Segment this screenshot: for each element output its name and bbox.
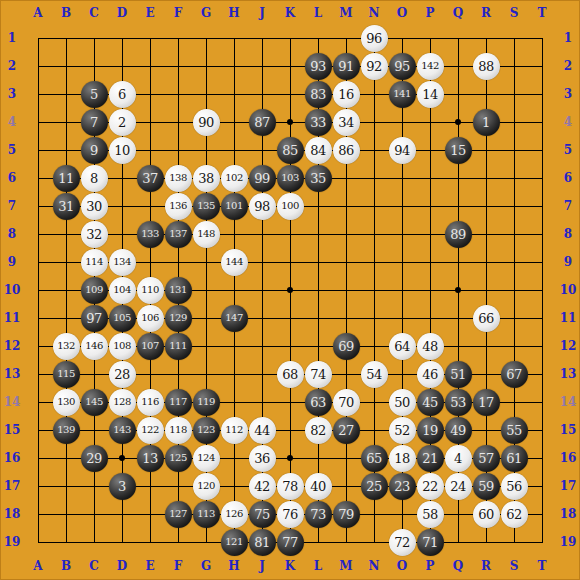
- star-point-K16: [287, 455, 293, 461]
- column-label-top-E: E: [136, 5, 164, 21]
- stone-white-92-N2[interactable]: 92: [361, 53, 388, 80]
- stone-black-33-L4[interactable]: 33: [305, 109, 332, 136]
- stone-black-67-S13[interactable]: 67: [501, 361, 528, 388]
- stone-white-8-C6[interactable]: 8: [81, 165, 108, 192]
- stone-black-19-P15[interactable]: 19: [417, 417, 444, 444]
- column-label-bottom-N: N: [360, 558, 388, 574]
- stone-black-13-E16[interactable]: 13: [137, 445, 164, 472]
- stone-white-118-F15[interactable]: 118: [165, 417, 192, 444]
- stone-black-51-Q13[interactable]: 51: [445, 361, 472, 388]
- stone-black-131-F10[interactable]: 131: [165, 277, 192, 304]
- row-label-left-17: 17: [1, 478, 23, 494]
- stone-white-110-E10[interactable]: 110: [137, 277, 164, 304]
- row-label-right-8: 8: [557, 226, 579, 242]
- stone-black-11-B6[interactable]: 11: [53, 165, 80, 192]
- stone-white-86-M5[interactable]: 86: [333, 137, 360, 164]
- stone-black-25-N17[interactable]: 25: [361, 473, 388, 500]
- stone-white-90-G4[interactable]: 90: [193, 109, 220, 136]
- stone-white-100-K7[interactable]: 100: [277, 193, 304, 220]
- stone-black-79-M18[interactable]: 79: [333, 501, 360, 528]
- row-label-right-5: 5: [557, 142, 579, 158]
- stone-white-50-O14[interactable]: 50: [389, 389, 416, 416]
- stone-black-69-M12[interactable]: 69: [333, 333, 360, 360]
- stone-white-64-O12[interactable]: 64: [389, 333, 416, 360]
- row-label-right-10: 10: [557, 282, 579, 298]
- stone-white-70-M14[interactable]: 70: [333, 389, 360, 416]
- row-label-left-9: 9: [1, 254, 23, 270]
- stone-black-77-K19[interactable]: 77: [277, 529, 304, 556]
- column-label-bottom-E: E: [136, 558, 164, 574]
- stone-white-120-G17[interactable]: 120: [193, 473, 220, 500]
- stone-white-96-N1[interactable]: 96: [361, 25, 388, 52]
- stone-black-85-K5[interactable]: 85: [277, 137, 304, 164]
- stone-black-113-G18[interactable]: 113: [193, 501, 220, 528]
- stone-black-103-K6[interactable]: 103: [277, 165, 304, 192]
- stone-white-28-D13[interactable]: 28: [109, 361, 136, 388]
- stone-white-14-P3[interactable]: 14: [417, 81, 444, 108]
- row-label-right-9: 9: [557, 254, 579, 270]
- star-point-K4: [287, 119, 293, 125]
- stone-black-119-G14[interactable]: 119: [193, 389, 220, 416]
- column-label-top-P: P: [416, 5, 444, 21]
- row-label-right-4: 4: [557, 114, 579, 130]
- column-label-bottom-A: A: [24, 558, 52, 574]
- stone-white-62-S18[interactable]: 62: [501, 501, 528, 528]
- column-label-bottom-B: B: [52, 558, 80, 574]
- column-label-top-L: L: [304, 5, 332, 21]
- stone-black-37-E6[interactable]: 37: [137, 165, 164, 192]
- stone-white-144-H9[interactable]: 144: [221, 249, 248, 276]
- column-label-bottom-F: F: [164, 558, 192, 574]
- stone-black-63-L14[interactable]: 63: [305, 389, 332, 416]
- stone-white-116-E14[interactable]: 116: [137, 389, 164, 416]
- row-label-right-13: 13: [557, 366, 579, 382]
- stone-black-117-F14[interactable]: 117: [165, 389, 192, 416]
- stone-black-65-N16[interactable]: 65: [361, 445, 388, 472]
- stone-black-61-S16[interactable]: 61: [501, 445, 528, 472]
- stone-black-5-C3[interactable]: 5: [81, 81, 108, 108]
- stone-black-3-D17[interactable]: 3: [109, 473, 136, 500]
- column-label-top-Q: Q: [444, 5, 472, 21]
- row-label-right-6: 6: [557, 170, 579, 186]
- stone-white-24-Q17[interactable]: 24: [445, 473, 472, 500]
- go-board[interactable]: 1234567891011131415161718192122232425272…: [24, 24, 556, 556]
- row-label-left-2: 2: [1, 58, 23, 74]
- column-label-bottom-K: K: [276, 558, 304, 574]
- stone-black-49-Q15[interactable]: 49: [445, 417, 472, 444]
- stone-white-10-D5[interactable]: 10: [109, 137, 136, 164]
- stone-black-97-C11[interactable]: 97: [81, 305, 108, 332]
- stone-white-18-O16[interactable]: 18: [389, 445, 416, 472]
- column-label-top-H: H: [220, 5, 248, 21]
- column-label-top-C: C: [80, 5, 108, 21]
- stone-black-99-J6[interactable]: 99: [249, 165, 276, 192]
- stone-white-82-L15[interactable]: 82: [305, 417, 332, 444]
- column-label-bottom-R: R: [472, 558, 500, 574]
- stone-black-123-G15[interactable]: 123: [193, 417, 220, 444]
- stone-white-130-B14[interactable]: 130: [53, 389, 80, 416]
- stone-white-2-D4[interactable]: 2: [109, 109, 136, 136]
- column-label-bottom-P: P: [416, 558, 444, 574]
- column-label-top-K: K: [276, 5, 304, 21]
- stone-black-31-B7[interactable]: 31: [53, 193, 80, 220]
- row-label-right-15: 15: [557, 422, 579, 438]
- stone-white-126-H18[interactable]: 126: [221, 501, 248, 528]
- row-label-left-11: 11: [1, 310, 23, 326]
- column-label-top-T: T: [528, 5, 556, 21]
- stone-black-75-J18[interactable]: 75: [249, 501, 276, 528]
- stone-black-107-E12[interactable]: 107: [137, 333, 164, 360]
- row-label-left-14: 14: [1, 394, 23, 410]
- stone-black-71-P19[interactable]: 71: [417, 529, 444, 556]
- stone-white-78-K17[interactable]: 78: [277, 473, 304, 500]
- column-label-bottom-T: T: [528, 558, 556, 574]
- stone-white-58-P18[interactable]: 58: [417, 501, 444, 528]
- star-point-Q4: [455, 119, 461, 125]
- stone-white-34-M4[interactable]: 34: [333, 109, 360, 136]
- stone-white-148-G8[interactable]: 148: [193, 221, 220, 248]
- column-label-bottom-S: S: [500, 558, 528, 574]
- stone-white-106-E11[interactable]: 106: [137, 305, 164, 332]
- stone-black-17-R14[interactable]: 17: [473, 389, 500, 416]
- stone-black-21-P16[interactable]: 21: [417, 445, 444, 472]
- row-label-left-7: 7: [1, 198, 23, 214]
- stone-white-122-E15[interactable]: 122: [137, 417, 164, 444]
- column-label-bottom-H: H: [220, 558, 248, 574]
- row-label-left-12: 12: [1, 338, 23, 354]
- row-label-left-13: 13: [1, 366, 23, 382]
- stone-black-53-Q14[interactable]: 53: [445, 389, 472, 416]
- stone-white-40-L17[interactable]: 40: [305, 473, 332, 500]
- stone-black-101-H7[interactable]: 101: [221, 193, 248, 220]
- stone-white-112-H15[interactable]: 112: [221, 417, 248, 444]
- stone-black-81-J19[interactable]: 81: [249, 529, 276, 556]
- stone-black-73-L18[interactable]: 73: [305, 501, 332, 528]
- column-label-bottom-J: J: [248, 558, 276, 574]
- stone-white-88-R2[interactable]: 88: [473, 53, 500, 80]
- row-label-right-19: 19: [557, 534, 579, 550]
- row-label-right-12: 12: [557, 338, 579, 354]
- stone-white-54-N13[interactable]: 54: [361, 361, 388, 388]
- stone-black-91-M2[interactable]: 91: [333, 53, 360, 80]
- column-label-top-S: S: [500, 5, 528, 21]
- column-label-top-O: O: [388, 5, 416, 21]
- stone-black-145-C14[interactable]: 145: [81, 389, 108, 416]
- stone-black-27-M15[interactable]: 27: [333, 417, 360, 444]
- row-label-left-4: 4: [1, 114, 23, 130]
- stone-black-121-H19[interactable]: 121: [221, 529, 248, 556]
- stone-black-141-O3[interactable]: 141: [389, 81, 416, 108]
- row-label-left-15: 15: [1, 422, 23, 438]
- row-label-right-7: 7: [557, 198, 579, 214]
- row-label-left-19: 19: [1, 534, 23, 550]
- stone-white-52-O15[interactable]: 52: [389, 417, 416, 444]
- stone-white-68-K13[interactable]: 68: [277, 361, 304, 388]
- row-label-right-17: 17: [557, 478, 579, 494]
- column-label-top-N: N: [360, 5, 388, 21]
- stone-black-83-L3[interactable]: 83: [305, 81, 332, 108]
- stone-white-74-L13[interactable]: 74: [305, 361, 332, 388]
- column-label-bottom-G: G: [192, 558, 220, 574]
- column-label-top-D: D: [108, 5, 136, 21]
- stone-black-125-F16[interactable]: 125: [165, 445, 192, 472]
- stone-black-105-D11[interactable]: 105: [109, 305, 136, 332]
- stone-black-59-R17[interactable]: 59: [473, 473, 500, 500]
- stone-white-104-D10[interactable]: 104: [109, 277, 136, 304]
- column-label-bottom-D: D: [108, 558, 136, 574]
- stone-white-60-R18[interactable]: 60: [473, 501, 500, 528]
- stone-white-44-J15[interactable]: 44: [249, 417, 276, 444]
- row-label-right-14: 14: [557, 394, 579, 410]
- stone-white-48-P12[interactable]: 48: [417, 333, 444, 360]
- stone-black-139-B15[interactable]: 139: [53, 417, 80, 444]
- row-label-left-18: 18: [1, 506, 23, 522]
- row-label-left-1: 1: [1, 30, 23, 46]
- column-label-top-J: J: [248, 5, 276, 21]
- stone-white-46-P13[interactable]: 46: [417, 361, 444, 388]
- column-label-top-A: A: [24, 5, 52, 21]
- star-point-D16: [119, 455, 125, 461]
- row-label-right-2: 2: [557, 58, 579, 74]
- stone-white-4-Q16[interactable]: 4: [445, 445, 472, 472]
- stone-black-23-O17[interactable]: 23: [389, 473, 416, 500]
- stone-black-57-R16[interactable]: 57: [473, 445, 500, 472]
- stone-black-89-Q8[interactable]: 89: [445, 221, 472, 248]
- stone-white-124-G16[interactable]: 124: [193, 445, 220, 472]
- stone-white-72-O19[interactable]: 72: [389, 529, 416, 556]
- column-label-top-G: G: [192, 5, 220, 21]
- stone-white-76-K18[interactable]: 76: [277, 501, 304, 528]
- stone-black-147-H11[interactable]: 147: [221, 305, 248, 332]
- stone-white-138-F6[interactable]: 138: [165, 165, 192, 192]
- stone-black-137-F8[interactable]: 137: [165, 221, 192, 248]
- stone-white-128-D14[interactable]: 128: [109, 389, 136, 416]
- stone-white-108-D12[interactable]: 108: [109, 333, 136, 360]
- stone-black-93-L2[interactable]: 93: [305, 53, 332, 80]
- stone-white-84-L5[interactable]: 84: [305, 137, 332, 164]
- stone-white-56-S17[interactable]: 56: [501, 473, 528, 500]
- column-label-top-F: F: [164, 5, 192, 21]
- row-label-left-3: 3: [1, 86, 23, 102]
- row-label-left-8: 8: [1, 226, 23, 242]
- star-point-Q10: [455, 287, 461, 293]
- column-label-top-R: R: [472, 5, 500, 21]
- row-label-right-3: 3: [557, 86, 579, 102]
- stone-black-129-F11[interactable]: 129: [165, 305, 192, 332]
- stone-black-143-D15[interactable]: 143: [109, 417, 136, 444]
- stone-black-7-C4[interactable]: 7: [81, 109, 108, 136]
- stone-black-133-E8[interactable]: 133: [137, 221, 164, 248]
- row-label-right-16: 16: [557, 450, 579, 466]
- stone-white-142-P2[interactable]: 142: [417, 53, 444, 80]
- stone-black-109-C10[interactable]: 109: [81, 277, 108, 304]
- stone-white-98-J7[interactable]: 98: [249, 193, 276, 220]
- stone-black-29-C16[interactable]: 29: [81, 445, 108, 472]
- column-label-top-B: B: [52, 5, 80, 21]
- stone-white-42-J17[interactable]: 42: [249, 473, 276, 500]
- column-label-bottom-L: L: [304, 558, 332, 574]
- row-label-left-6: 6: [1, 170, 23, 186]
- stone-black-127-F18[interactable]: 127: [165, 501, 192, 528]
- stone-white-94-O5[interactable]: 94: [389, 137, 416, 164]
- go-diagram: 1234567891011131415161718192122232425272…: [0, 0, 580, 580]
- stone-black-35-L6[interactable]: 35: [305, 165, 332, 192]
- stone-black-95-O2[interactable]: 95: [389, 53, 416, 80]
- column-label-bottom-O: O: [388, 558, 416, 574]
- stone-white-66-R11[interactable]: 66: [473, 305, 500, 332]
- stone-white-146-C12[interactable]: 146: [81, 333, 108, 360]
- row-label-left-10: 10: [1, 282, 23, 298]
- stone-black-45-P14[interactable]: 45: [417, 389, 444, 416]
- stone-white-134-D9[interactable]: 134: [109, 249, 136, 276]
- column-label-bottom-C: C: [80, 558, 108, 574]
- stone-white-114-C9[interactable]: 114: [81, 249, 108, 276]
- stone-black-55-S15[interactable]: 55: [501, 417, 528, 444]
- stone-white-16-M3[interactable]: 16: [333, 81, 360, 108]
- column-label-bottom-M: M: [332, 558, 360, 574]
- row-label-left-16: 16: [1, 450, 23, 466]
- stone-white-32-C8[interactable]: 32: [81, 221, 108, 248]
- stone-white-38-G6[interactable]: 38: [193, 165, 220, 192]
- stone-white-22-P17[interactable]: 22: [417, 473, 444, 500]
- row-label-right-18: 18: [557, 506, 579, 522]
- stone-black-135-G7[interactable]: 135: [193, 193, 220, 220]
- stone-black-111-F12[interactable]: 111: [165, 333, 192, 360]
- stone-black-115-B13[interactable]: 115: [53, 361, 80, 388]
- stone-white-102-H6[interactable]: 102: [221, 165, 248, 192]
- row-label-left-5: 5: [1, 142, 23, 158]
- row-label-right-1: 1: [557, 30, 579, 46]
- stone-white-136-F7[interactable]: 136: [165, 193, 192, 220]
- stone-white-30-C7[interactable]: 30: [81, 193, 108, 220]
- stone-black-9-C5[interactable]: 9: [81, 137, 108, 164]
- stone-white-36-J16[interactable]: 36: [249, 445, 276, 472]
- stone-white-132-B12[interactable]: 132: [53, 333, 80, 360]
- star-point-K10: [287, 287, 293, 293]
- column-label-bottom-Q: Q: [444, 558, 472, 574]
- stone-black-15-Q5[interactable]: 15: [445, 137, 472, 164]
- stone-black-87-J4[interactable]: 87: [249, 109, 276, 136]
- stone-black-1-R4[interactable]: 1: [473, 109, 500, 136]
- row-label-right-11: 11: [557, 310, 579, 326]
- column-label-top-M: M: [332, 5, 360, 21]
- stone-white-6-D3[interactable]: 6: [109, 81, 136, 108]
